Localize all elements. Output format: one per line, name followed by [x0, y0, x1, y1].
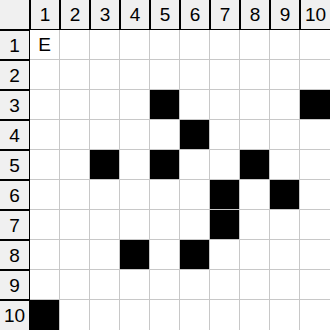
grid-cell-r3c1[interactable]: [30, 90, 60, 120]
grid-cell-r2c8[interactable]: [240, 60, 270, 90]
grid-cell-r1c8[interactable]: [240, 30, 270, 60]
grid-cell-r3c3[interactable]: [90, 90, 120, 120]
grid-cell-r9c8[interactable]: [240, 270, 270, 300]
grid-cell-r1c9[interactable]: [270, 30, 300, 60]
block-cell-r8c6[interactable]: [180, 240, 210, 270]
grid-cell-r1c4[interactable]: [120, 30, 150, 60]
grid-cell-r4c4[interactable]: [120, 120, 150, 150]
grid-cell-r3c2[interactable]: [60, 90, 90, 120]
grid-cell-r7c1[interactable]: [30, 210, 60, 240]
grid-cell-r4c3[interactable]: [90, 120, 120, 150]
grid-cell-r2c7[interactable]: [210, 60, 240, 90]
block-cell-r8c4[interactable]: [120, 240, 150, 270]
row-header-6: 6: [0, 180, 30, 210]
grid-cell-r3c7[interactable]: [210, 90, 240, 120]
corner-cell: [0, 0, 30, 30]
grid-cell-r7c8[interactable]: [240, 210, 270, 240]
marker-cell-r1c1[interactable]: E: [30, 30, 60, 60]
row-header-1: 1: [0, 30, 30, 60]
grid-cell-r2c10[interactable]: [300, 60, 330, 90]
grid-cell-r4c1[interactable]: [30, 120, 60, 150]
grid-cell-r10c9[interactable]: [270, 300, 300, 330]
grid-cell-r8c10[interactable]: [300, 240, 330, 270]
grid-cell-r7c3[interactable]: [90, 210, 120, 240]
grid-cell-r4c2[interactable]: [60, 120, 90, 150]
grid-cell-r9c2[interactable]: [60, 270, 90, 300]
grid-cell-r10c3[interactable]: [90, 300, 120, 330]
grid-cell-r10c7[interactable]: [210, 300, 240, 330]
col-header-8: 8: [240, 0, 270, 30]
grid-cell-r8c1[interactable]: [30, 240, 60, 270]
grid-cell-r1c7[interactable]: [210, 30, 240, 60]
grid-cell-r2c3[interactable]: [90, 60, 120, 90]
block-cell-r6c7[interactable]: [210, 180, 240, 210]
grid-cell-r8c5[interactable]: [150, 240, 180, 270]
grid-cell-r6c6[interactable]: [180, 180, 210, 210]
grid-cell-r3c8[interactable]: [240, 90, 270, 120]
col-header-10: 10: [300, 0, 330, 30]
grid-cell-r8c2[interactable]: [60, 240, 90, 270]
grid-cell-r6c8[interactable]: [240, 180, 270, 210]
grid-cell-r7c5[interactable]: [150, 210, 180, 240]
grid-cell-r2c4[interactable]: [120, 60, 150, 90]
grid-cell-r8c3[interactable]: [90, 240, 120, 270]
grid-cell-r5c6[interactable]: [180, 150, 210, 180]
grid-cell-r2c9[interactable]: [270, 60, 300, 90]
grid-cell-r2c5[interactable]: [150, 60, 180, 90]
grid-cell-r7c9[interactable]: [270, 210, 300, 240]
grid-cell-r6c1[interactable]: [30, 180, 60, 210]
grid-cell-r9c1[interactable]: [30, 270, 60, 300]
grid-cell-r6c3[interactable]: [90, 180, 120, 210]
col-header-4: 4: [120, 0, 150, 30]
grid-cell-r3c9[interactable]: [270, 90, 300, 120]
grid-cell-r8c9[interactable]: [270, 240, 300, 270]
col-header-7: 7: [210, 0, 240, 30]
block-cell-r5c5[interactable]: [150, 150, 180, 180]
col-header-9: 9: [270, 0, 300, 30]
puzzle-board: 123456789101E2345678910: [0, 0, 330, 330]
row-header-3: 3: [0, 90, 30, 120]
grid-cell-r8c7[interactable]: [210, 240, 240, 270]
grid-cell-r9c6[interactable]: [180, 270, 210, 300]
grid-cell-r7c2[interactable]: [60, 210, 90, 240]
block-cell-r10c1[interactable]: [30, 300, 60, 330]
grid-cell-r8c8[interactable]: [240, 240, 270, 270]
row-header-8: 8: [0, 240, 30, 270]
row-header-2: 2: [0, 60, 30, 90]
block-cell-r5c3[interactable]: [90, 150, 120, 180]
block-cell-r3c10[interactable]: [300, 90, 330, 120]
block-cell-r3c5[interactable]: [150, 90, 180, 120]
col-header-3: 3: [90, 0, 120, 30]
block-cell-r6c9[interactable]: [270, 180, 300, 210]
grid-cell-r5c9[interactable]: [270, 150, 300, 180]
grid-cell-r5c7[interactable]: [210, 150, 240, 180]
block-cell-r7c7[interactable]: [210, 210, 240, 240]
row-header-9: 9: [0, 270, 30, 300]
grid-cell-r10c5[interactable]: [150, 300, 180, 330]
grid-cell-r2c1[interactable]: [30, 60, 60, 90]
grid-cell-r3c6[interactable]: [180, 90, 210, 120]
grid-cell-r10c4[interactable]: [120, 300, 150, 330]
grid-cell-r1c10[interactable]: [300, 30, 330, 60]
col-header-2: 2: [60, 0, 90, 30]
grid-cell-r2c2[interactable]: [60, 60, 90, 90]
grid-cell-r1c2[interactable]: [60, 30, 90, 60]
grid-cell-r1c3[interactable]: [90, 30, 120, 60]
grid-cell-r6c10[interactable]: [300, 180, 330, 210]
grid-cell-r7c10[interactable]: [300, 210, 330, 240]
grid-cell-r6c4[interactable]: [120, 180, 150, 210]
grid-cell-r9c10[interactable]: [300, 270, 330, 300]
grid-cell-r10c8[interactable]: [240, 300, 270, 330]
grid-cell-r9c7[interactable]: [210, 270, 240, 300]
grid-cell-r9c9[interactable]: [270, 270, 300, 300]
col-header-5: 5: [150, 0, 180, 30]
grid-cell-r6c5[interactable]: [150, 180, 180, 210]
grid-cell-r10c2[interactable]: [60, 300, 90, 330]
grid-cell-r9c4[interactable]: [120, 270, 150, 300]
col-header-6: 6: [180, 0, 210, 30]
grid-cell-r3c4[interactable]: [120, 90, 150, 120]
block-cell-r4c6[interactable]: [180, 120, 210, 150]
grid-cell-r7c4[interactable]: [120, 210, 150, 240]
row-header-5: 5: [0, 150, 30, 180]
grid-cell-r9c3[interactable]: [90, 270, 120, 300]
grid-cell-r9c5[interactable]: [150, 270, 180, 300]
grid-cell-r2c6[interactable]: [180, 60, 210, 90]
row-header-4: 4: [0, 120, 30, 150]
grid-cell-r6c2[interactable]: [60, 180, 90, 210]
grid-cell-r5c10[interactable]: [300, 150, 330, 180]
grid-cell-r4c10[interactable]: [300, 120, 330, 150]
row-header-10: 10: [0, 300, 30, 330]
row-header-7: 7: [0, 210, 30, 240]
grid-cell-r5c2[interactable]: [60, 150, 90, 180]
grid-cell-r5c4[interactable]: [120, 150, 150, 180]
grid-cell-r4c9[interactable]: [270, 120, 300, 150]
grid-cell-r5c1[interactable]: [30, 150, 60, 180]
grid-cell-r4c5[interactable]: [150, 120, 180, 150]
grid-cell-r10c10[interactable]: [300, 300, 330, 330]
grid-cell-r10c6[interactable]: [180, 300, 210, 330]
grid-cell-r4c7[interactable]: [210, 120, 240, 150]
block-cell-r5c8[interactable]: [240, 150, 270, 180]
grid-cell-r7c6[interactable]: [180, 210, 210, 240]
col-header-1: 1: [30, 0, 60, 30]
grid-cell-r4c8[interactable]: [240, 120, 270, 150]
grid-cell-r1c6[interactable]: [180, 30, 210, 60]
grid-cell-r1c5[interactable]: [150, 30, 180, 60]
